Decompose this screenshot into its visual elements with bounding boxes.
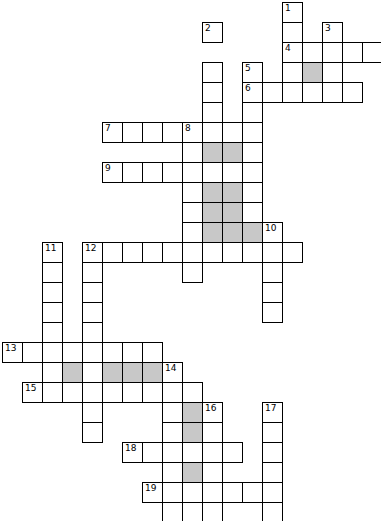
shaded-cell-r7-c11[interactable]	[222, 142, 243, 163]
cell-r6-c6[interactable]	[122, 122, 143, 143]
cell-r22-c10[interactable]	[202, 442, 223, 463]
cell-r24-c7[interactable]: 19	[142, 482, 163, 503]
cell-r15-c4[interactable]	[82, 302, 103, 323]
cell-r6-c11[interactable]	[222, 122, 243, 143]
cell-r1-c10[interactable]: 2	[202, 22, 223, 43]
cell-r19-c4[interactable]	[82, 382, 103, 403]
cell-r18-c2[interactable]	[42, 362, 63, 383]
cell-r10-c9[interactable]	[182, 202, 203, 223]
cell-r12-c6[interactable]	[122, 242, 143, 263]
cell-r12-c9[interactable]	[182, 242, 203, 263]
shaded-cell-r7-c10[interactable]	[202, 142, 223, 163]
cell-r4-c14[interactable]	[282, 82, 303, 103]
cell-r25-c10[interactable]	[202, 502, 223, 521]
cell-r14-c13[interactable]	[262, 282, 283, 303]
cell-r9-c12[interactable]	[242, 182, 263, 203]
cell-r11-c9[interactable]	[182, 222, 203, 243]
clue-number-10: 10	[265, 223, 276, 234]
shaded-cell-r3-c15[interactable]	[302, 62, 323, 83]
cell-r3-c12[interactable]: 5	[242, 62, 263, 83]
cell-r19-c5[interactable]	[102, 382, 123, 403]
cell-r8-c8[interactable]	[162, 162, 183, 183]
cell-r12-c2[interactable]: 11	[42, 242, 63, 263]
clue-number-5: 5	[245, 63, 251, 74]
cell-r5-c12[interactable]	[242, 102, 263, 123]
cell-r0-c14[interactable]: 1	[282, 2, 303, 23]
clue-number-9: 9	[105, 163, 111, 174]
cell-r12-c11[interactable]	[222, 242, 243, 263]
cell-r23-c13[interactable]	[262, 462, 283, 483]
shaded-cell-r11-c11[interactable]	[222, 222, 243, 243]
cell-r16-c4[interactable]	[82, 322, 103, 343]
cell-r16-c2[interactable]	[42, 322, 63, 343]
cell-r19-c1[interactable]: 15	[22, 382, 43, 403]
cell-r3-c10[interactable]	[202, 62, 223, 83]
cell-r20-c10[interactable]: 16	[202, 402, 223, 423]
clue-number-7: 7	[105, 123, 111, 134]
cell-r1-c16[interactable]: 3	[322, 22, 343, 43]
cell-r19-c8[interactable]	[162, 382, 183, 403]
cell-r22-c11[interactable]	[222, 442, 243, 463]
cell-r22-c13[interactable]	[262, 442, 283, 463]
shaded-cell-r9-c11[interactable]	[222, 182, 243, 203]
cell-r15-c2[interactable]	[42, 302, 63, 323]
cell-r14-c2[interactable]	[42, 282, 63, 303]
cell-r8-c12[interactable]	[242, 162, 263, 183]
cell-r24-c11[interactable]	[222, 482, 243, 503]
cell-r13-c2[interactable]	[42, 262, 63, 283]
cell-r2-c15[interactable]	[302, 42, 323, 63]
clue-number-15: 15	[25, 383, 36, 394]
clue-number-3: 3	[325, 23, 331, 34]
cell-r9-c9[interactable]	[182, 182, 203, 203]
crossword-board: 12345678910111213141516171819	[0, 0, 381, 521]
cell-r6-c8[interactable]	[162, 122, 183, 143]
cell-r6-c12[interactable]	[242, 122, 263, 143]
cell-r6-c7[interactable]	[142, 122, 163, 143]
cell-r12-c7[interactable]	[142, 242, 163, 263]
cell-r7-c9[interactable]	[182, 142, 203, 163]
cell-r21-c8[interactable]	[162, 422, 183, 443]
cell-r24-c12[interactable]	[242, 482, 263, 503]
shaded-cell-r9-c10[interactable]	[202, 182, 223, 203]
cell-r1-c14[interactable]	[282, 22, 303, 43]
cell-r12-c14[interactable]	[282, 242, 303, 263]
cell-r4-c10[interactable]	[202, 82, 223, 103]
cell-r13-c9[interactable]	[182, 262, 203, 283]
cell-r6-c5[interactable]: 7	[102, 122, 123, 143]
shaded-cell-r10-c11[interactable]	[222, 202, 243, 223]
shaded-cell-r10-c10[interactable]	[202, 202, 223, 223]
clue-number-18: 18	[125, 443, 136, 454]
cell-r22-c7[interactable]	[142, 442, 163, 463]
cell-r17-c4[interactable]	[82, 342, 103, 363]
cell-r3-c14[interactable]	[282, 62, 303, 83]
cell-r17-c1[interactable]	[22, 342, 43, 363]
cell-r12-c10[interactable]	[202, 242, 223, 263]
cell-r12-c12[interactable]	[242, 242, 263, 263]
shaded-cell-r11-c10[interactable]	[202, 222, 223, 243]
cell-r10-c12[interactable]	[242, 202, 263, 223]
cell-r19-c6[interactable]	[122, 382, 143, 403]
cell-r17-c5[interactable]	[102, 342, 123, 363]
shaded-cell-r20-c9[interactable]	[182, 402, 203, 423]
cell-r12-c13[interactable]	[262, 242, 283, 263]
cell-r8-c5[interactable]: 9	[102, 162, 123, 183]
cell-r25-c8[interactable]	[162, 502, 183, 521]
clue-number-12: 12	[85, 243, 96, 254]
cell-r18-c4[interactable]	[82, 362, 103, 383]
shaded-cell-r11-c12[interactable]	[242, 222, 263, 243]
cell-r8-c9[interactable]	[182, 162, 203, 183]
cell-r17-c2[interactable]	[42, 342, 63, 363]
cell-r13-c13[interactable]	[262, 262, 283, 283]
cell-r24-c9[interactable]	[182, 482, 203, 503]
cell-r12-c4[interactable]: 12	[82, 242, 103, 263]
cell-r20-c8[interactable]	[162, 402, 183, 423]
cell-r19-c9[interactable]	[182, 382, 203, 403]
cell-r17-c7[interactable]	[142, 342, 163, 363]
cell-r4-c12[interactable]: 6	[242, 82, 263, 103]
cell-r6-c10[interactable]	[202, 122, 223, 143]
cell-r24-c8[interactable]	[162, 482, 183, 503]
cell-r2-c14[interactable]: 4	[282, 42, 303, 63]
cell-r3-c16[interactable]	[322, 62, 343, 83]
cell-r21-c13[interactable]	[262, 422, 283, 443]
cell-r14-c4[interactable]	[82, 282, 103, 303]
cell-r8-c10[interactable]	[202, 162, 223, 183]
cell-r20-c13[interactable]: 17	[262, 402, 283, 423]
cell-r15-c13[interactable]	[262, 302, 283, 323]
clue-number-2: 2	[205, 23, 211, 34]
shaded-cell-r18-c3[interactable]	[62, 362, 83, 383]
cell-r12-c8[interactable]	[162, 242, 183, 263]
cell-r17-c6[interactable]	[122, 342, 143, 363]
cell-r8-c11[interactable]	[222, 162, 243, 183]
cell-r2-c18[interactable]	[362, 42, 381, 63]
cell-r5-c10[interactable]	[202, 102, 223, 123]
cell-r21-c10[interactable]	[202, 422, 223, 443]
clue-number-4: 4	[285, 43, 291, 54]
cell-r11-c13[interactable]: 10	[262, 222, 283, 243]
cell-r23-c8[interactable]	[162, 462, 183, 483]
cell-r23-c10[interactable]	[202, 462, 223, 483]
cell-r2-c16[interactable]	[322, 42, 343, 63]
cell-r24-c10[interactable]	[202, 482, 223, 503]
clue-number-6: 6	[245, 83, 251, 94]
cell-r8-c7[interactable]	[142, 162, 163, 183]
clue-number-14: 14	[165, 363, 176, 374]
cell-r22-c6[interactable]: 18	[122, 442, 143, 463]
cell-r8-c6[interactable]	[122, 162, 143, 183]
cell-r19-c7[interactable]	[142, 382, 163, 403]
cell-r22-c8[interactable]	[162, 442, 183, 463]
shaded-cell-r18-c6[interactable]	[122, 362, 143, 383]
clue-number-16: 16	[205, 403, 216, 414]
cell-r25-c13[interactable]	[262, 502, 283, 521]
cell-r17-c0[interactable]: 13	[2, 342, 23, 363]
cell-r4-c13[interactable]	[262, 82, 283, 103]
shaded-cell-r18-c7[interactable]	[142, 362, 163, 383]
clue-number-17: 17	[265, 403, 276, 414]
cell-r7-c12[interactable]	[242, 142, 263, 163]
cell-r22-c9[interactable]	[182, 442, 203, 463]
cell-r13-c4[interactable]	[82, 262, 103, 283]
cell-r4-c16[interactable]	[322, 82, 343, 103]
cell-r4-c17[interactable]	[342, 82, 363, 103]
clue-number-8: 8	[185, 123, 191, 134]
cell-r20-c4[interactable]	[82, 402, 103, 423]
clue-number-19: 19	[145, 483, 156, 494]
cell-r19-c3[interactable]	[62, 382, 83, 403]
clue-number-1: 1	[285, 3, 291, 14]
shaded-cell-r21-c9[interactable]	[182, 422, 203, 443]
cell-r12-c5[interactable]	[102, 242, 123, 263]
cell-r21-c4[interactable]	[82, 422, 103, 443]
cell-r17-c3[interactable]	[62, 342, 83, 363]
clue-number-13: 13	[5, 343, 16, 354]
cell-r6-c9[interactable]: 8	[182, 122, 203, 143]
cell-r18-c8[interactable]: 14	[162, 362, 183, 383]
cell-r19-c2[interactable]	[42, 382, 63, 403]
cell-r2-c17[interactable]	[342, 42, 363, 63]
cell-r4-c15[interactable]	[302, 82, 323, 103]
clue-number-11: 11	[45, 243, 56, 254]
shaded-cell-r23-c9[interactable]	[182, 462, 203, 483]
cell-r24-c13[interactable]	[262, 482, 283, 503]
shaded-cell-r18-c5[interactable]	[102, 362, 123, 383]
